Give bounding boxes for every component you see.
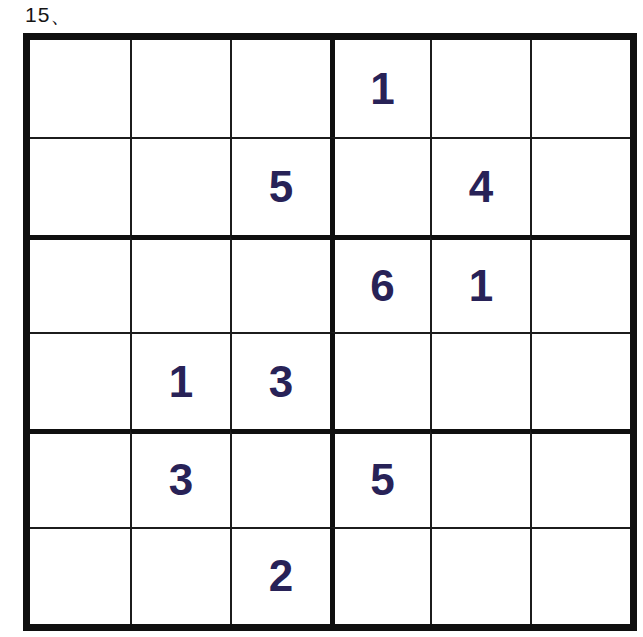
cell-r3c4[interactable]: 6 [330,235,430,332]
page: 15、 1546113352 [0,0,643,637]
cell-r6c6[interactable] [530,527,630,624]
cell-r6c4[interactable] [330,527,430,624]
cell-r2c4[interactable] [330,137,430,234]
cell-r3c1[interactable] [30,235,130,332]
cell-r4c3[interactable]: 3 [230,332,330,429]
cell-r1c1[interactable] [30,40,130,137]
cell-r1c2[interactable] [130,40,230,137]
cell-r1c3[interactable] [230,40,330,137]
cell-r1c5[interactable] [430,40,530,137]
cell-r4c4[interactable] [330,332,430,429]
cell-r4c2[interactable]: 1 [130,332,230,429]
cell-r2c2[interactable] [130,137,230,234]
cell-r5c4[interactable]: 5 [330,429,430,526]
cell-r1c6[interactable] [530,40,630,137]
cell-r5c2[interactable]: 3 [130,429,230,526]
cell-r3c2[interactable] [130,235,230,332]
cell-r6c3[interactable]: 2 [230,527,330,624]
cell-r5c5[interactable] [430,429,530,526]
cell-r4c1[interactable] [30,332,130,429]
cell-r3c6[interactable] [530,235,630,332]
cell-r2c6[interactable] [530,137,630,234]
cell-r6c1[interactable] [30,527,130,624]
cell-r3c5[interactable]: 1 [430,235,530,332]
cell-r1c4[interactable]: 1 [330,40,430,137]
cell-r2c3[interactable]: 5 [230,137,330,234]
cell-r6c5[interactable] [430,527,530,624]
cell-r3c3[interactable] [230,235,330,332]
cell-r2c5[interactable]: 4 [430,137,530,234]
puzzle-number-label: 15、 [25,1,72,29]
cell-r4c6[interactable] [530,332,630,429]
sudoku-board: 1546113352 [23,33,637,631]
cell-r5c3[interactable] [230,429,330,526]
cell-r5c1[interactable] [30,429,130,526]
cell-r5c6[interactable] [530,429,630,526]
cell-r6c2[interactable] [130,527,230,624]
cell-r2c1[interactable] [30,137,130,234]
cell-r4c5[interactable] [430,332,530,429]
